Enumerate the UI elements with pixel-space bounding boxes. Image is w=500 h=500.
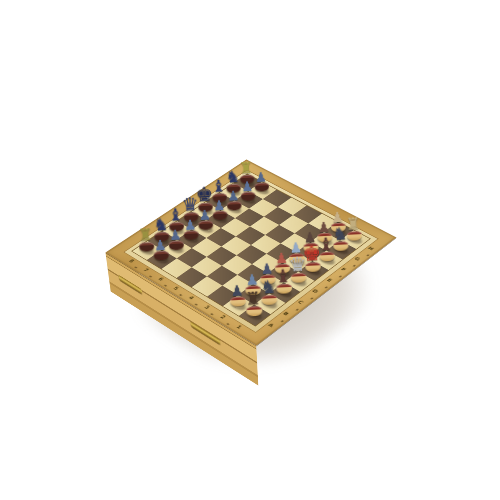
piece-glyph: ♟ — [154, 237, 167, 252]
brass-handle-right[interactable] — [190, 321, 220, 345]
piece-base — [153, 250, 169, 260]
brass-handle-left[interactable] — [118, 275, 142, 295]
piece-base — [246, 306, 262, 316]
piece-figure: ♟ — [149, 237, 172, 260]
scene: ABCDEFGH 12345678 ♜♞♟♝♟♚♟♛♟♝♟♞♟♟♜♟♜♟♟♞♟♝… — [0, 0, 500, 500]
piece-glyph: ♜ — [245, 290, 261, 308]
piece-figure: ♜ — [241, 290, 266, 317]
camera-tilt: ABCDEFGH 12345678 ♜♞♟♝♟♚♟♛♟♝♟♞♟♟♜♟♜♟♟♞♟♝… — [0, 0, 500, 500]
photo-background: ABCDEFGH 12345678 ♜♞♟♝♟♚♟♛♟♝♟♞♟♟♜♟♜♟♟♞♟♝… — [0, 0, 500, 500]
chess-box: ABCDEFGH 12345678 ♜♞♟♝♟♚♟♛♟♝♟♞♟♟♜♟♜♟♟♞♟♝… — [106, 160, 397, 346]
